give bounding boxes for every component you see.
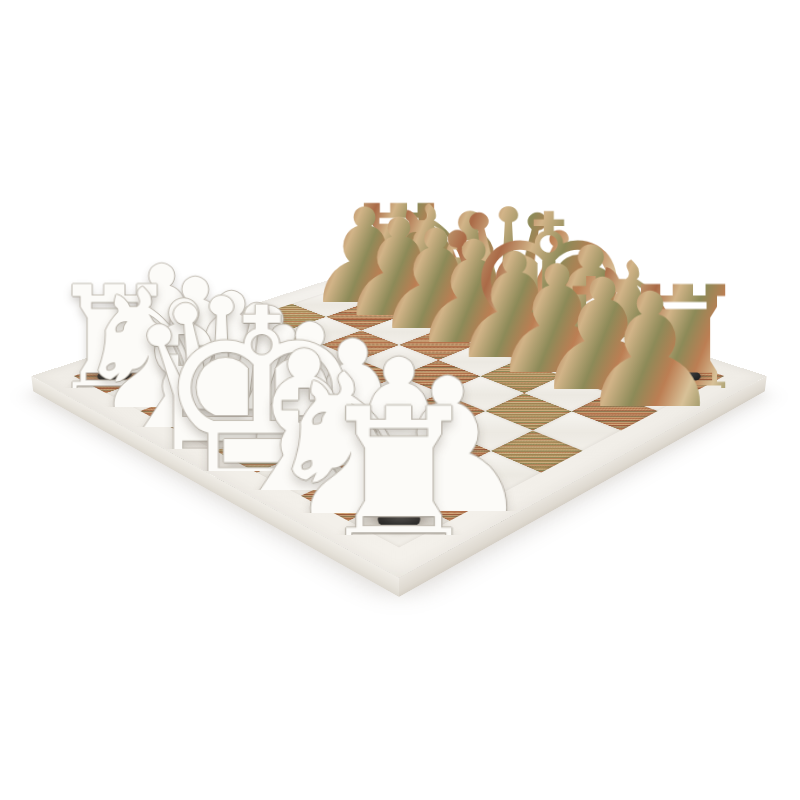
product-photo-background: ♜♞♝♛♚♝♞♜♟♟♟♟♟♟♟♟♟♟♟♟♟♟♟♟♜♞♝♛♚♝♞♜: [0, 0, 800, 800]
white-rook-glyph: ♜: [315, 384, 483, 572]
chess-board-grid: ♜♞♝♛♚♝♞♜♟♟♟♟♟♟♟♟♟♟♟♟♟♟♟♟♜♞♝♛♚♝♞♜: [74, 268, 725, 547]
chess-board: ♜♞♝♛♚♝♞♜♟♟♟♟♟♟♟♟♟♟♟♟♟♟♟♟♜♞♝♛♚♝♞♜: [31, 257, 766, 578]
board-3d-wrapper: ♜♞♝♛♚♝♞♜♟♟♟♟♟♟♟♟♟♟♟♟♟♟♟♟♜♞♝♛♚♝♞♜: [31, 257, 766, 578]
square-h1: ♜: [348, 496, 450, 548]
chess-scene: ♜♞♝♛♚♝♞♜♟♟♟♟♟♟♟♟♟♟♟♟♟♟♟♟♜♞♝♛♚♝♞♜: [139, 116, 659, 636]
